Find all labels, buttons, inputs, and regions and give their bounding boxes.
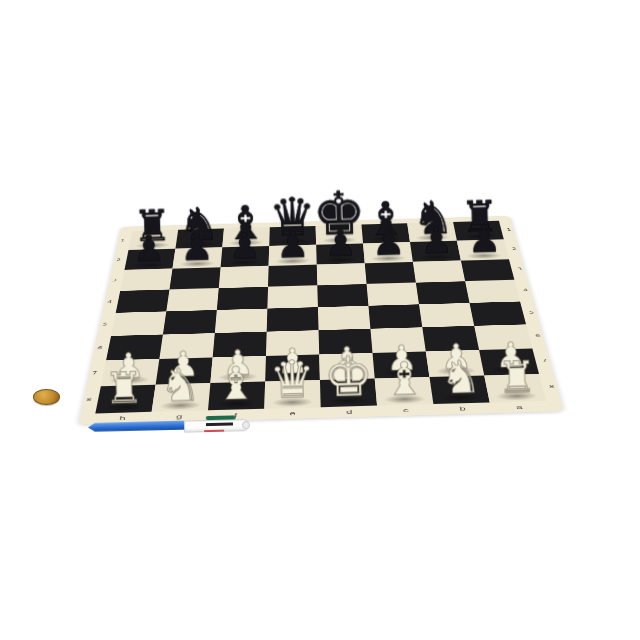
square-d3	[317, 263, 367, 285]
square-g4	[166, 288, 218, 311]
square-e5	[267, 307, 319, 331]
square-c5	[368, 304, 422, 328]
square-e3	[268, 265, 317, 287]
square-c2: ♟	[363, 242, 413, 263]
chess-board: 1♜♞♝♛♚♝♞♜12♟♟♟♟♟♟♟♟2334455667♟♟♟♟♟♟♟♟78♜…	[78, 216, 564, 425]
pen-green-slider	[206, 415, 236, 420]
square-a4	[465, 280, 520, 303]
piece-white-queen: ♛	[268, 355, 315, 405]
square-h4	[116, 289, 170, 312]
square-d4	[317, 284, 368, 307]
piece-black-pawn: ♟	[419, 223, 453, 259]
square-c3	[365, 262, 416, 284]
piece-black-pawn: ♟	[275, 227, 309, 263]
square-d5	[318, 306, 371, 330]
pen-red-slider	[204, 429, 224, 431]
square-f3	[219, 266, 269, 288]
square-a5	[470, 302, 527, 326]
square-f2: ♟	[221, 246, 270, 267]
square-g2: ♟	[173, 247, 223, 268]
square-d2: ♟	[316, 243, 365, 264]
square-e8: ♛	[264, 380, 320, 409]
gold-coin	[33, 389, 60, 405]
square-f4	[217, 287, 268, 310]
file-label: c	[377, 404, 435, 416]
piece-white-bishop: ♝	[215, 362, 257, 406]
square-d8: ♚	[320, 379, 377, 408]
square-h8: ♜	[95, 385, 155, 414]
square-e4	[267, 285, 318, 308]
square-c4	[367, 283, 419, 306]
square-b3	[413, 261, 465, 283]
square-h3	[120, 269, 172, 291]
square-b2: ♟	[410, 241, 461, 262]
piece-white-rook: ♜	[497, 357, 537, 399]
pen-end-button	[242, 421, 250, 429]
square-b4	[416, 281, 470, 304]
square-g5	[163, 310, 217, 335]
piece-black-pawn: ♟	[467, 222, 501, 258]
piece-white-knight: ♞	[159, 364, 201, 408]
square-f8: ♝	[208, 382, 265, 411]
piece-black-pawn: ♟	[227, 228, 261, 264]
piece-white-bishop: ♝	[383, 358, 425, 402]
square-c8: ♝	[375, 377, 434, 406]
piece-black-pawn: ♟	[131, 231, 165, 267]
piece-white-king: ♚	[322, 350, 373, 404]
file-label: d	[321, 406, 378, 418]
file-label: a	[490, 401, 549, 413]
board-tilt-wrapper: 1♜♞♝♛♚♝♞♜12♟♟♟♟♟♟♟♟2334455667♟♟♟♟♟♟♟♟78♜…	[64, 0, 564, 425]
file-label: b	[433, 402, 492, 414]
product-photo-scene: 1♜♞♝♛♚♝♞♜12♟♟♟♟♟♟♟♟2334455667♟♟♟♟♟♟♟♟78♜…	[0, 0, 640, 640]
piece-white-rook: ♜	[104, 367, 144, 409]
piece-black-pawn: ♟	[323, 226, 357, 262]
square-b5	[419, 303, 474, 327]
square-e2: ♟	[269, 245, 317, 266]
pen-blue-barrel	[88, 421, 184, 432]
four-color-ballpoint-pen	[88, 416, 252, 436]
square-h5	[111, 311, 166, 336]
square-a3	[461, 259, 514, 281]
board-corner	[546, 400, 564, 411]
piece-black-pawn: ♟	[179, 230, 213, 266]
square-h2: ♟	[124, 249, 175, 270]
square-g3	[169, 267, 220, 289]
square-g8: ♞	[152, 383, 211, 412]
piece-white-knight: ♞	[439, 356, 481, 400]
square-f5	[215, 309, 268, 333]
piece-black-pawn: ♟	[371, 224, 405, 260]
file-label: e	[264, 407, 321, 419]
square-a2: ♟	[457, 239, 509, 260]
square-a8: ♜	[484, 374, 546, 402]
square-b8: ♞	[429, 375, 489, 404]
